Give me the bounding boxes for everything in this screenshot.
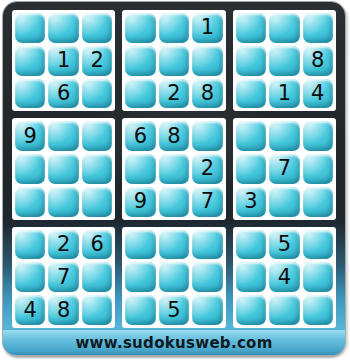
- cell-r7c1[interactable]: [15, 230, 45, 260]
- cell-r6c3[interactable]: [82, 187, 112, 217]
- cell-r5c6[interactable]: 2: [192, 154, 222, 184]
- cell-r9c6[interactable]: [192, 295, 222, 325]
- cell-r2c8[interactable]: [269, 46, 299, 76]
- cell-r4c7[interactable]: [236, 121, 266, 151]
- box-r1c2: 128: [122, 10, 225, 111]
- sudoku-board: 1261288149682977326748554: [12, 10, 336, 328]
- cell-r4c6[interactable]: [192, 121, 222, 151]
- cell-r1c1[interactable]: [15, 13, 45, 43]
- box-r2c1: 9: [12, 118, 115, 219]
- box-r3c2: 5: [122, 227, 225, 328]
- cell-r4c2[interactable]: [48, 121, 78, 151]
- cell-r6c9[interactable]: [303, 187, 333, 217]
- cell-r8c7[interactable]: [236, 262, 266, 292]
- cell-r3c8[interactable]: 1: [269, 79, 299, 109]
- cell-r5c1[interactable]: [15, 154, 45, 184]
- cell-r2c3[interactable]: 2: [82, 46, 112, 76]
- cell-r2c4[interactable]: [125, 46, 155, 76]
- cell-r6c2[interactable]: [48, 187, 78, 217]
- cell-r3c4[interactable]: [125, 79, 155, 109]
- cell-r2c2[interactable]: 1: [48, 46, 78, 76]
- cell-r7c7[interactable]: [236, 230, 266, 260]
- cell-r9c4[interactable]: [125, 295, 155, 325]
- cell-r8c5[interactable]: [159, 262, 189, 292]
- cell-r2c1[interactable]: [15, 46, 45, 76]
- cell-r2c5[interactable]: [159, 46, 189, 76]
- cell-r1c6[interactable]: 1: [192, 13, 222, 43]
- cell-r6c6[interactable]: 7: [192, 187, 222, 217]
- cell-r1c7[interactable]: [236, 13, 266, 43]
- cell-r1c4[interactable]: [125, 13, 155, 43]
- sudoku-widget: 1261288149682977326748554 www.sudokusweb…: [0, 0, 350, 360]
- cell-r5c7[interactable]: [236, 154, 266, 184]
- cell-r7c5[interactable]: [159, 230, 189, 260]
- cell-r6c4[interactable]: 9: [125, 187, 155, 217]
- cell-r9c2[interactable]: 8: [48, 295, 78, 325]
- cell-r1c9[interactable]: [303, 13, 333, 43]
- cell-r8c6[interactable]: [192, 262, 222, 292]
- cell-r6c8[interactable]: [269, 187, 299, 217]
- cell-r8c3[interactable]: [82, 262, 112, 292]
- cell-r1c5[interactable]: [159, 13, 189, 43]
- cell-r9c3[interactable]: [82, 295, 112, 325]
- cell-r5c4[interactable]: [125, 154, 155, 184]
- cell-r6c1[interactable]: [15, 187, 45, 217]
- box-r2c2: 68297: [122, 118, 225, 219]
- cell-r5c8[interactable]: 7: [269, 154, 299, 184]
- cell-r9c7[interactable]: [236, 295, 266, 325]
- cell-r2c7[interactable]: [236, 46, 266, 76]
- cell-r7c3[interactable]: 6: [82, 230, 112, 260]
- cell-r7c4[interactable]: [125, 230, 155, 260]
- cell-r8c1[interactable]: [15, 262, 45, 292]
- box-r2c3: 73: [233, 118, 336, 219]
- cell-r4c1[interactable]: 9: [15, 121, 45, 151]
- cell-r3c3[interactable]: [82, 79, 112, 109]
- website-link[interactable]: www.sudokusweb.com: [75, 334, 272, 352]
- cell-r4c9[interactable]: [303, 121, 333, 151]
- cell-r4c5[interactable]: 8: [159, 121, 189, 151]
- cell-r7c6[interactable]: [192, 230, 222, 260]
- cell-r9c9[interactable]: [303, 295, 333, 325]
- cell-r3c7[interactable]: [236, 79, 266, 109]
- cell-r3c1[interactable]: [15, 79, 45, 109]
- cell-r3c5[interactable]: 2: [159, 79, 189, 109]
- cell-r3c9[interactable]: 4: [303, 79, 333, 109]
- cell-r1c8[interactable]: [269, 13, 299, 43]
- cell-r1c3[interactable]: [82, 13, 112, 43]
- box-r3c1: 26748: [12, 227, 115, 328]
- cell-r8c8[interactable]: 4: [269, 262, 299, 292]
- footer-bar: www.sudokusweb.com: [3, 330, 345, 355]
- cell-r5c3[interactable]: [82, 154, 112, 184]
- cell-r5c5[interactable]: [159, 154, 189, 184]
- cell-r3c2[interactable]: 6: [48, 79, 78, 109]
- cell-r2c9[interactable]: 8: [303, 46, 333, 76]
- cell-r8c4[interactable]: [125, 262, 155, 292]
- cell-r4c3[interactable]: [82, 121, 112, 151]
- cell-r5c9[interactable]: [303, 154, 333, 184]
- cell-r9c5[interactable]: 5: [159, 295, 189, 325]
- cell-r1c2[interactable]: [48, 13, 78, 43]
- box-r3c3: 54: [233, 227, 336, 328]
- cell-r7c2[interactable]: 2: [48, 230, 78, 260]
- cell-r5c2[interactable]: [48, 154, 78, 184]
- cell-r3c6[interactable]: 8: [192, 79, 222, 109]
- cell-r8c2[interactable]: 7: [48, 262, 78, 292]
- cell-r4c8[interactable]: [269, 121, 299, 151]
- box-r1c3: 814: [233, 10, 336, 111]
- box-r1c1: 126: [12, 10, 115, 111]
- cell-r7c8[interactable]: 5: [269, 230, 299, 260]
- cell-r8c9[interactable]: [303, 262, 333, 292]
- cell-r9c1[interactable]: 4: [15, 295, 45, 325]
- cell-r2c6[interactable]: [192, 46, 222, 76]
- cell-r4c4[interactable]: 6: [125, 121, 155, 151]
- cell-r7c9[interactable]: [303, 230, 333, 260]
- cell-r9c8[interactable]: [269, 295, 299, 325]
- cell-r6c7[interactable]: 3: [236, 187, 266, 217]
- cell-r6c5[interactable]: [159, 187, 189, 217]
- board-frame: 1261288149682977326748554 www.sudokusweb…: [3, 2, 345, 355]
